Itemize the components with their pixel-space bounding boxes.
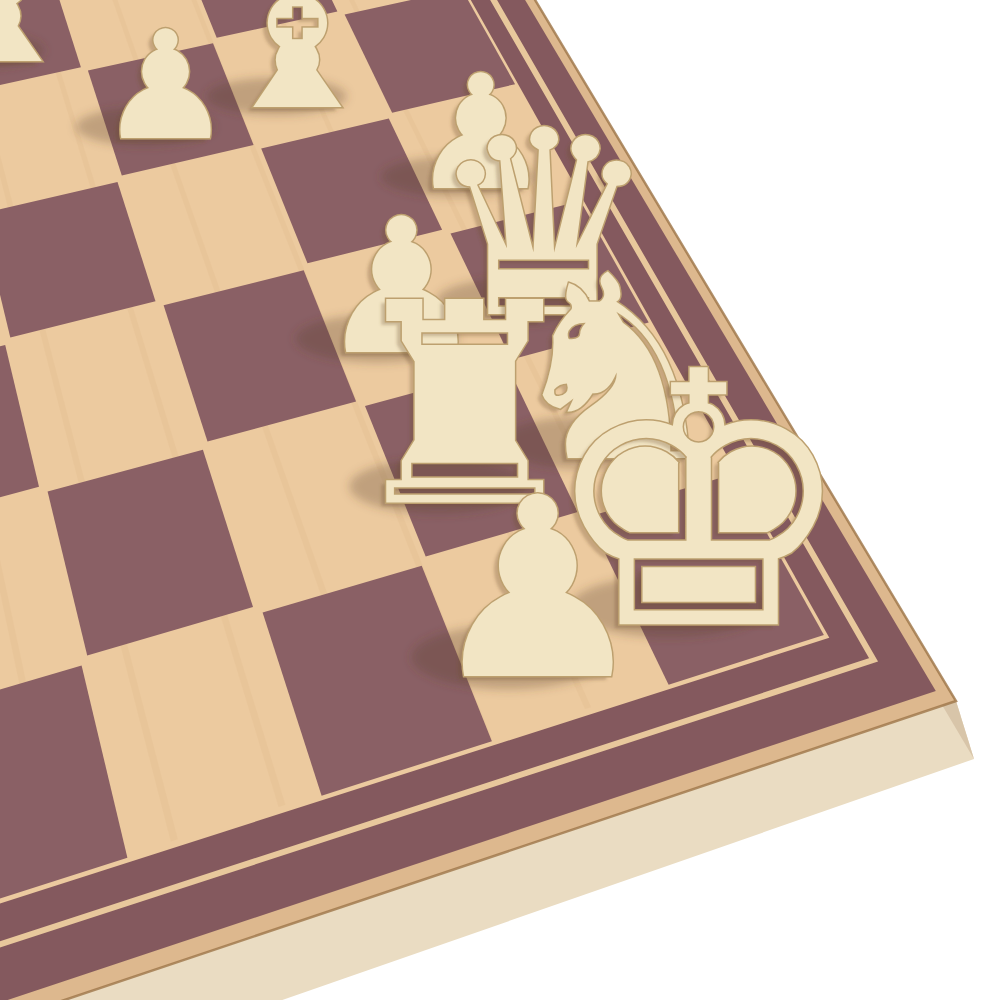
chess-set-product-photo: ♝♝♝♝♟♟♟♟♛♛♟♟♞♞♜♜♚♚♟♟: [0, 0, 1000, 1000]
piece-white-pawn-g1: ♟: [426, 444, 650, 735]
piece-white-bishop-e6: ♝: [0, 0, 80, 103]
chess-board: ♝♝♝♝♟♟♟♟♛♛♟♟♞♞♜♜♚♚♟♟: [0, 0, 1000, 1000]
piece-white-bishop-g5: ♝: [213, 0, 382, 151]
piece-white-pawn-f5: ♟: [98, 0, 233, 173]
